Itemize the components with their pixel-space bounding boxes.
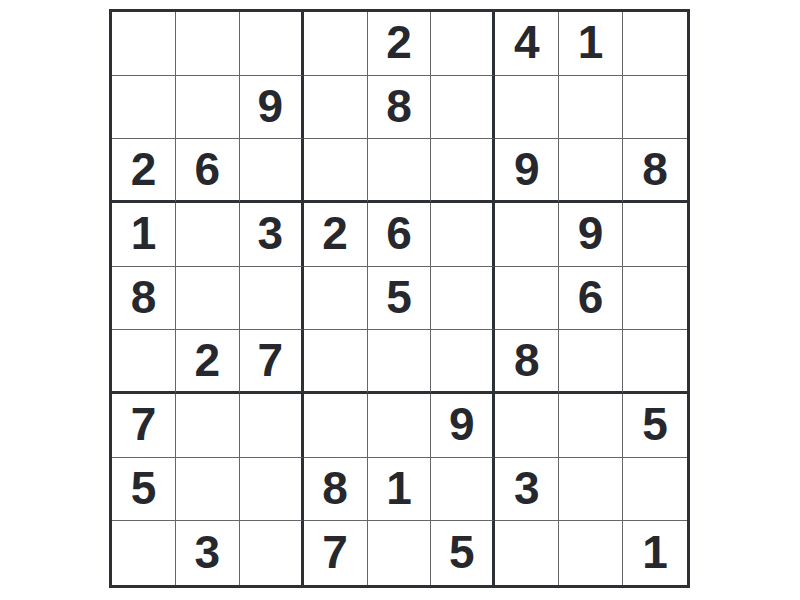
given-digit: 2: [322, 210, 348, 256]
cell-r5c3[interactable]: [240, 267, 304, 331]
cell-r5c6[interactable]: [431, 267, 495, 331]
cell-r3c5[interactable]: [368, 139, 432, 203]
cell-r5c4[interactable]: [304, 267, 368, 331]
given-digit: 6: [386, 210, 412, 256]
given-digit: 9: [578, 210, 604, 256]
given-digit: 1: [642, 529, 668, 575]
given-digit: 1: [386, 465, 412, 511]
cell-r9c5[interactable]: [368, 521, 432, 585]
cell-r3c9[interactable]: 8: [623, 139, 687, 203]
given-digit: 5: [449, 529, 475, 575]
cell-r6c9[interactable]: [623, 330, 687, 394]
given-digit: 7: [131, 401, 157, 447]
given-digit: 8: [642, 146, 668, 192]
cell-r7c3[interactable]: [240, 394, 304, 458]
cell-r7c8[interactable]: [559, 394, 623, 458]
cell-r2c1[interactable]: [112, 76, 176, 140]
cell-r6c6[interactable]: [431, 330, 495, 394]
cell-r1c2[interactable]: [176, 12, 240, 76]
cell-r3c4[interactable]: [304, 139, 368, 203]
given-digit: 3: [514, 465, 540, 511]
cell-r3c3[interactable]: [240, 139, 304, 203]
cell-r7c9[interactable]: 5: [623, 394, 687, 458]
cell-r8c1[interactable]: 5: [112, 458, 176, 522]
cell-r4c8[interactable]: 9: [559, 203, 623, 267]
cell-r1c5[interactable]: 2: [368, 12, 432, 76]
cell-r8c6[interactable]: [431, 458, 495, 522]
sudoku-board: 2419826981326985627879558133751: [109, 9, 690, 588]
given-digit: 9: [449, 401, 475, 447]
cell-r8c2[interactable]: [176, 458, 240, 522]
cell-r6c1[interactable]: [112, 330, 176, 394]
cell-r5c9[interactable]: [623, 267, 687, 331]
given-digit: 3: [195, 529, 221, 575]
given-digit: 4: [514, 19, 540, 65]
cell-r9c1[interactable]: [112, 521, 176, 585]
cell-r1c4[interactable]: [304, 12, 368, 76]
given-digit: 5: [386, 274, 412, 320]
cell-r8c3[interactable]: [240, 458, 304, 522]
cell-r5c1[interactable]: 8: [112, 267, 176, 331]
cell-r7c1[interactable]: 7: [112, 394, 176, 458]
given-digit: 2: [131, 146, 157, 192]
cell-r1c8[interactable]: 1: [559, 12, 623, 76]
cell-r1c7[interactable]: 4: [495, 12, 559, 76]
given-digit: 3: [257, 210, 283, 256]
given-digit: 6: [195, 146, 221, 192]
cell-r7c7[interactable]: [495, 394, 559, 458]
cell-r4c9[interactable]: [623, 203, 687, 267]
cell-r3c7[interactable]: 9: [495, 139, 559, 203]
cell-r2c4[interactable]: [304, 76, 368, 140]
given-digit: 8: [386, 83, 412, 129]
cell-r8c5[interactable]: 1: [368, 458, 432, 522]
cell-r6c2[interactable]: 2: [176, 330, 240, 394]
cell-r3c6[interactable]: [431, 139, 495, 203]
cell-r5c2[interactable]: [176, 267, 240, 331]
cell-r3c8[interactable]: [559, 139, 623, 203]
cell-r6c8[interactable]: [559, 330, 623, 394]
given-digit: 1: [578, 19, 604, 65]
cell-r9c4[interactable]: 7: [304, 521, 368, 585]
cell-r4c6[interactable]: [431, 203, 495, 267]
cell-r2c2[interactable]: [176, 76, 240, 140]
cell-r7c2[interactable]: [176, 394, 240, 458]
given-digit: 8: [131, 274, 157, 320]
given-digit: 6: [578, 274, 604, 320]
cell-r2c9[interactable]: [623, 76, 687, 140]
cell-r4c7[interactable]: [495, 203, 559, 267]
given-digit: 2: [195, 337, 221, 383]
cell-r2c6[interactable]: [431, 76, 495, 140]
cell-r3c1[interactable]: 2: [112, 139, 176, 203]
given-digit: 7: [322, 529, 348, 575]
cell-r5c7[interactable]: [495, 267, 559, 331]
given-digit: 9: [514, 146, 540, 192]
cell-r7c5[interactable]: [368, 394, 432, 458]
cell-r2c5[interactable]: 8: [368, 76, 432, 140]
cell-r5c5[interactable]: 5: [368, 267, 432, 331]
cell-r7c4[interactable]: [304, 394, 368, 458]
given-digit: 9: [257, 83, 283, 129]
given-digit: 5: [642, 401, 668, 447]
cell-r6c3[interactable]: 7: [240, 330, 304, 394]
cell-r8c8[interactable]: [559, 458, 623, 522]
cell-r9c9[interactable]: 1: [623, 521, 687, 585]
cell-r1c3[interactable]: [240, 12, 304, 76]
cell-r9c2[interactable]: 3: [176, 521, 240, 585]
given-digit: 7: [257, 337, 283, 383]
cell-r3c2[interactable]: 6: [176, 139, 240, 203]
cell-r9c7[interactable]: [495, 521, 559, 585]
cell-r6c4[interactable]: [304, 330, 368, 394]
given-digit: 2: [386, 19, 412, 65]
cell-r4c1[interactable]: 1: [112, 203, 176, 267]
cell-r6c5[interactable]: [368, 330, 432, 394]
cell-r9c6[interactable]: 5: [431, 521, 495, 585]
cell-r4c3[interactable]: 3: [240, 203, 304, 267]
cell-r1c9[interactable]: [623, 12, 687, 76]
cell-r9c3[interactable]: [240, 521, 304, 585]
cell-r2c3[interactable]: 9: [240, 76, 304, 140]
given-digit: 5: [131, 465, 157, 511]
cell-r2c7[interactable]: [495, 76, 559, 140]
cell-r1c1[interactable]: [112, 12, 176, 76]
given-digit: 1: [131, 210, 157, 256]
cell-r4c4[interactable]: 2: [304, 203, 368, 267]
cell-r9c8[interactable]: [559, 521, 623, 585]
cell-r8c9[interactable]: [623, 458, 687, 522]
cell-r4c5[interactable]: 6: [368, 203, 432, 267]
cell-r4c2[interactable]: [176, 203, 240, 267]
cell-r2c8[interactable]: [559, 76, 623, 140]
cell-r5c8[interactable]: 6: [559, 267, 623, 331]
given-digit: 8: [514, 337, 540, 383]
given-digit: 8: [322, 465, 348, 511]
cell-r7c6[interactable]: 9: [431, 394, 495, 458]
cell-r8c4[interactable]: 8: [304, 458, 368, 522]
cell-r8c7[interactable]: 3: [495, 458, 559, 522]
cell-r6c7[interactable]: 8: [495, 330, 559, 394]
cell-r1c6[interactable]: [431, 12, 495, 76]
